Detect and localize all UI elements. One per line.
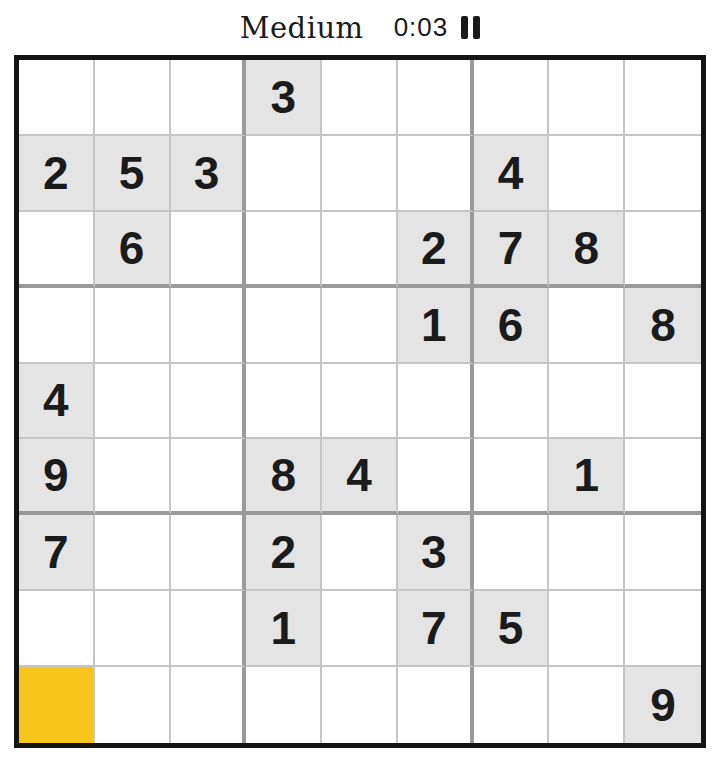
cell-r4c6[interactable]: 1 [398,288,474,364]
cell-r2c9[interactable] [625,136,701,212]
cell-r2c1[interactable]: 2 [19,136,95,212]
pause-icon [461,16,480,39]
cell-r4c2[interactable] [95,288,171,364]
cell-r1c4[interactable]: 3 [246,60,322,136]
cell-r8c5[interactable] [322,591,398,667]
cell-r9c9[interactable]: 9 [625,667,701,743]
cell-r4c5[interactable] [322,288,398,364]
cell-r7c1[interactable]: 7 [19,515,95,591]
cell-r9c5[interactable] [322,667,398,743]
cell-r8c2[interactable] [95,591,171,667]
cell-r8c6[interactable]: 7 [398,591,474,667]
cell-r2c2[interactable]: 5 [95,136,171,212]
cell-r5c4[interactable] [246,364,322,440]
game-header: Medium 0:03 [0,0,720,55]
cell-r3c1[interactable] [19,212,95,288]
cell-r1c2[interactable] [95,60,171,136]
cell-r5c8[interactable] [549,364,625,440]
cell-r9c4[interactable] [246,667,322,743]
difficulty-label: Medium [240,11,364,45]
cell-r1c5[interactable] [322,60,398,136]
cell-r8c7[interactable]: 5 [474,591,550,667]
cell-r5c3[interactable] [171,364,247,440]
cell-r9c8[interactable] [549,667,625,743]
cell-r6c5[interactable]: 4 [322,439,398,515]
cell-r6c9[interactable] [625,439,701,515]
cell-r2c4[interactable] [246,136,322,212]
cell-r6c1[interactable]: 9 [19,439,95,515]
cell-r6c3[interactable] [171,439,247,515]
cell-r5c7[interactable] [474,364,550,440]
cell-r3c9[interactable] [625,212,701,288]
cell-r7c7[interactable] [474,515,550,591]
cell-r8c4[interactable]: 1 [246,591,322,667]
cell-r6c8[interactable]: 1 [549,439,625,515]
cell-r6c6[interactable] [398,439,474,515]
cell-r6c4[interactable]: 8 [246,439,322,515]
cell-r8c3[interactable] [171,591,247,667]
cell-r7c5[interactable] [322,515,398,591]
cell-r4c9[interactable]: 8 [625,288,701,364]
cell-r2c5[interactable] [322,136,398,212]
cell-r1c1[interactable] [19,60,95,136]
cell-r9c2[interactable] [95,667,171,743]
timer: 0:03 [394,12,449,43]
cell-r9c3[interactable] [171,667,247,743]
cell-r2c6[interactable] [398,136,474,212]
cell-r6c7[interactable] [474,439,550,515]
cell-r7c3[interactable] [171,515,247,591]
cell-r3c4[interactable] [246,212,322,288]
cell-r1c3[interactable] [171,60,247,136]
pause-button[interactable] [461,16,480,39]
cell-r5c9[interactable] [625,364,701,440]
sudoku-board: 325346278168498417231759 [14,55,706,748]
cell-r7c4[interactable]: 2 [246,515,322,591]
cell-r3c8[interactable]: 8 [549,212,625,288]
cell-r9c1[interactable] [19,667,95,743]
cell-r5c5[interactable] [322,364,398,440]
cell-r3c3[interactable] [171,212,247,288]
cell-r3c6[interactable]: 2 [398,212,474,288]
timer-group: 0:03 [394,12,481,43]
cell-r7c8[interactable] [549,515,625,591]
cell-r8c1[interactable] [19,591,95,667]
cell-r4c3[interactable] [171,288,247,364]
cell-r4c8[interactable] [549,288,625,364]
cell-r7c9[interactable] [625,515,701,591]
cell-r9c7[interactable] [474,667,550,743]
cell-r7c2[interactable] [95,515,171,591]
cell-r1c8[interactable] [549,60,625,136]
cell-r4c1[interactable] [19,288,95,364]
cell-r9c6[interactable] [398,667,474,743]
cell-r4c7[interactable]: 6 [474,288,550,364]
cell-r5c6[interactable] [398,364,474,440]
cell-r8c8[interactable] [549,591,625,667]
cell-r5c2[interactable] [95,364,171,440]
cell-r2c3[interactable]: 3 [171,136,247,212]
cell-r1c7[interactable] [474,60,550,136]
cell-r4c4[interactable] [246,288,322,364]
cell-r6c2[interactable] [95,439,171,515]
cell-r1c9[interactable] [625,60,701,136]
cell-r3c7[interactable]: 7 [474,212,550,288]
cell-r3c2[interactable]: 6 [95,212,171,288]
cell-r3c5[interactable] [322,212,398,288]
cell-r5c1[interactable]: 4 [19,364,95,440]
cell-r7c6[interactable]: 3 [398,515,474,591]
cell-r8c9[interactable] [625,591,701,667]
cell-r1c6[interactable] [398,60,474,136]
cell-r2c7[interactable]: 4 [474,136,550,212]
cell-r2c8[interactable] [549,136,625,212]
